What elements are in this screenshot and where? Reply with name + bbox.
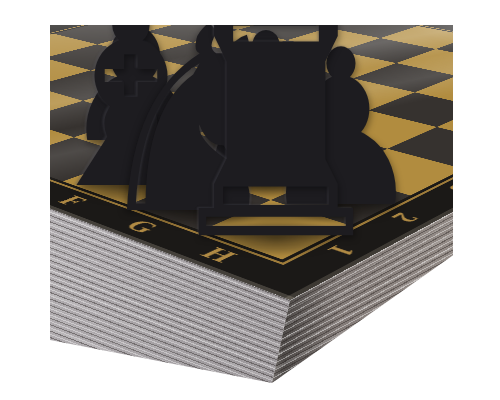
product-photo-page: ABCDEFGH 87654321 ♟♟♝♟♞♜ [0,0,500,400]
chessboard-photo: ABCDEFGH 87654321 ♟♟♝♟♞♜ [50,25,453,385]
rank-label-3: 3 [440,181,453,195]
piece-black-rook-h1[interactable]: ♜ [153,25,399,288]
